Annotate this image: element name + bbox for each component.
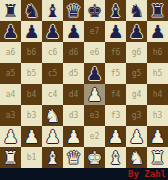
- square-label: e6: [90, 49, 100, 57]
- square-e3[interactable]: e3: [84, 105, 105, 126]
- square-label: h4: [153, 91, 163, 99]
- square-label: e7: [90, 28, 100, 36]
- square-c2[interactable]: ♟: [42, 126, 63, 147]
- black-pawn: ♟: [23, 21, 39, 42]
- square-e4[interactable]: ♟: [84, 84, 105, 105]
- square-a5[interactable]: a5: [0, 63, 21, 84]
- square-c7[interactable]: ♟: [42, 21, 63, 42]
- square-label: e3: [90, 112, 100, 120]
- square-e5[interactable]: ♟: [84, 63, 105, 84]
- square-h2[interactable]: ♟: [147, 126, 168, 147]
- black-queen: ♛: [65, 0, 81, 21]
- square-b8[interactable]: ♞: [21, 0, 42, 21]
- square-a2[interactable]: ♟: [0, 126, 21, 147]
- square-e2[interactable]: e2: [84, 126, 105, 147]
- square-label: h5: [153, 70, 163, 78]
- square-g8[interactable]: ♞: [126, 0, 147, 21]
- square-label: g3: [132, 112, 142, 120]
- black-pawn: ♟: [107, 21, 123, 42]
- square-h6[interactable]: h6: [147, 42, 168, 63]
- square-g1[interactable]: ♞: [126, 147, 147, 168]
- square-g5[interactable]: g5: [126, 63, 147, 84]
- square-f1[interactable]: ♝: [105, 147, 126, 168]
- square-d6[interactable]: d6: [63, 42, 84, 63]
- square-label: a3: [6, 112, 16, 120]
- square-e6[interactable]: e6: [84, 42, 105, 63]
- square-e7[interactable]: e7: [84, 21, 105, 42]
- black-knight: ♞: [128, 0, 144, 21]
- square-label: d5: [69, 70, 79, 78]
- square-b3[interactable]: b3: [21, 105, 42, 126]
- white-pawn: ♟: [2, 126, 18, 147]
- black-bishop: ♝: [107, 0, 123, 21]
- square-label: f4: [111, 91, 121, 99]
- black-rook: ♜: [2, 0, 18, 21]
- square-a3[interactable]: a3: [0, 105, 21, 126]
- square-f7[interactable]: ♟: [105, 21, 126, 42]
- black-pawn: ♟: [86, 63, 102, 84]
- black-pawn: ♟: [65, 21, 81, 42]
- black-pawn: ♟: [2, 21, 18, 42]
- black-pawn: ♟: [44, 21, 60, 42]
- square-c3[interactable]: ♞: [42, 105, 63, 126]
- square-f6[interactable]: f6: [105, 42, 126, 63]
- square-h3[interactable]: h3: [147, 105, 168, 126]
- square-label: a4: [6, 91, 16, 99]
- square-b1[interactable]: b1: [21, 147, 42, 168]
- chess-app-window: ♜♞♝♛♚♝♞♜♟♟♟♟e7♟♟♟a6b6c6d6e6f6g6h6a5b5c5d…: [0, 0, 168, 180]
- square-b6[interactable]: b6: [21, 42, 42, 63]
- white-rook: ♜: [149, 147, 165, 168]
- square-label: e2: [90, 133, 100, 141]
- square-e1[interactable]: ♚: [84, 147, 105, 168]
- square-d3[interactable]: d3: [63, 105, 84, 126]
- black-bishop: ♝: [44, 0, 60, 21]
- square-d5[interactable]: d5: [63, 63, 84, 84]
- white-bishop: ♝: [44, 147, 60, 168]
- square-label: b6: [27, 49, 37, 57]
- square-label: g5: [132, 70, 142, 78]
- white-queen: ♛: [65, 147, 81, 168]
- white-pawn: ♟: [149, 126, 165, 147]
- square-h1[interactable]: ♜: [147, 147, 168, 168]
- square-f4[interactable]: f4: [105, 84, 126, 105]
- black-rook: ♜: [149, 0, 165, 21]
- square-d2[interactable]: ♟: [63, 126, 84, 147]
- square-label: a6: [6, 49, 16, 57]
- square-f5[interactable]: f5: [105, 63, 126, 84]
- square-label: d4: [69, 91, 79, 99]
- square-label: d6: [69, 49, 79, 57]
- square-a4[interactable]: a4: [0, 84, 21, 105]
- square-b7[interactable]: ♟: [21, 21, 42, 42]
- square-label: f5: [111, 70, 121, 78]
- black-knight: ♞: [23, 0, 39, 21]
- square-h4[interactable]: h4: [147, 84, 168, 105]
- square-g7[interactable]: ♟: [126, 21, 147, 42]
- square-label: c5: [48, 70, 58, 78]
- square-g6[interactable]: g6: [126, 42, 147, 63]
- chess-board: ♜♞♝♛♚♝♞♜♟♟♟♟e7♟♟♟a6b6c6d6e6f6g6h6a5b5c5d…: [0, 0, 168, 168]
- white-pawn: ♟: [128, 126, 144, 147]
- square-c5[interactable]: c5: [42, 63, 63, 84]
- square-label: f6: [111, 49, 121, 57]
- square-label: h6: [153, 49, 163, 57]
- white-pawn: ♟: [107, 126, 123, 147]
- square-c8[interactable]: ♝: [42, 0, 63, 21]
- square-c1[interactable]: ♝: [42, 147, 63, 168]
- credit-text: By Zahl: [128, 168, 168, 180]
- square-label: g4: [132, 91, 142, 99]
- square-g2[interactable]: ♟: [126, 126, 147, 147]
- square-label: h3: [153, 112, 163, 120]
- square-d7[interactable]: ♟: [63, 21, 84, 42]
- white-pawn: ♟: [65, 126, 81, 147]
- status-bar: By Zahl: [0, 168, 168, 180]
- square-b5[interactable]: b5: [21, 63, 42, 84]
- square-label: b3: [27, 112, 37, 120]
- square-h7[interactable]: ♟: [147, 21, 168, 42]
- square-b2[interactable]: ♟: [21, 126, 42, 147]
- square-label: f3: [111, 112, 121, 120]
- black-king: ♚: [86, 0, 102, 21]
- square-label: d3: [69, 112, 79, 120]
- white-knight: ♞: [44, 105, 60, 126]
- white-bishop: ♝: [107, 147, 123, 168]
- square-c4[interactable]: c4: [42, 84, 63, 105]
- square-label: c6: [48, 49, 58, 57]
- square-e8[interactable]: ♚: [84, 0, 105, 21]
- square-h5[interactable]: h5: [147, 63, 168, 84]
- square-label: a5: [6, 70, 16, 78]
- square-label: b5: [27, 70, 37, 78]
- square-label: g6: [132, 49, 142, 57]
- white-pawn: ♟: [23, 126, 39, 147]
- square-b4[interactable]: b4: [21, 84, 42, 105]
- square-g3[interactable]: g3: [126, 105, 147, 126]
- white-pawn: ♟: [44, 126, 60, 147]
- square-label: b1: [27, 154, 37, 162]
- white-pawn: ♟: [86, 84, 102, 105]
- square-label: b4: [27, 91, 37, 99]
- square-f2[interactable]: ♟: [105, 126, 126, 147]
- square-g4[interactable]: g4: [126, 84, 147, 105]
- square-f3[interactable]: f3: [105, 105, 126, 126]
- white-rook: ♜: [2, 147, 18, 168]
- square-c6[interactable]: c6: [42, 42, 63, 63]
- square-a6[interactable]: a6: [0, 42, 21, 63]
- square-a7[interactable]: ♟: [0, 21, 21, 42]
- square-d4[interactable]: d4: [63, 84, 84, 105]
- white-king: ♚: [86, 147, 102, 168]
- square-f8[interactable]: ♝: [105, 0, 126, 21]
- black-pawn: ♟: [128, 21, 144, 42]
- square-d1[interactable]: ♛: [63, 147, 84, 168]
- square-label: c4: [48, 91, 58, 99]
- black-pawn: ♟: [149, 21, 165, 42]
- square-d8[interactable]: ♛: [63, 0, 84, 21]
- square-h8[interactable]: ♜: [147, 0, 168, 21]
- square-a8[interactable]: ♜: [0, 0, 21, 21]
- white-knight: ♞: [128, 147, 144, 168]
- square-a1[interactable]: ♜: [0, 147, 21, 168]
